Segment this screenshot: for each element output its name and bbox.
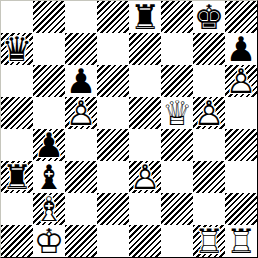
square-c3[interactable]: [65, 161, 97, 193]
square-b2[interactable]: ♝♗: [33, 193, 65, 225]
square-h6[interactable]: ♟♙: [225, 65, 257, 97]
square-d8[interactable]: [97, 1, 129, 33]
white-pawn-fill: ♟: [225, 65, 257, 97]
square-e4[interactable]: [129, 129, 161, 161]
square-f3[interactable]: [161, 161, 193, 193]
square-g1[interactable]: ♜♖: [193, 225, 225, 257]
white-rook-fill: ♜: [225, 225, 257, 257]
white-rook-fill: ♜: [193, 225, 225, 257]
white-pawn[interactable]: ♙: [129, 161, 161, 193]
square-d7[interactable]: [97, 33, 129, 65]
square-g7[interactable]: [193, 33, 225, 65]
square-c4[interactable]: [65, 129, 97, 161]
square-e3[interactable]: ♟♙: [129, 161, 161, 193]
square-g3[interactable]: [193, 161, 225, 193]
white-king-fill: ♚: [33, 225, 65, 257]
square-d5[interactable]: [97, 97, 129, 129]
square-h2[interactable]: [225, 193, 257, 225]
square-c5[interactable]: ♟♙: [65, 97, 97, 129]
square-g2[interactable]: [193, 193, 225, 225]
square-c7[interactable]: [65, 33, 97, 65]
square-a7[interactable]: ♛: [1, 33, 33, 65]
square-c1[interactable]: [65, 225, 97, 257]
square-e5[interactable]: [129, 97, 161, 129]
black-pawn[interactable]: ♟: [225, 33, 257, 65]
square-d6[interactable]: [97, 65, 129, 97]
square-g8[interactable]: ♚: [193, 1, 225, 33]
square-h4[interactable]: [225, 129, 257, 161]
square-a3[interactable]: ♜: [1, 161, 33, 193]
square-b5[interactable]: [33, 97, 65, 129]
square-a4[interactable]: [1, 129, 33, 161]
black-rook[interactable]: ♜: [129, 1, 161, 33]
square-c8[interactable]: [65, 1, 97, 33]
square-f1[interactable]: [161, 225, 193, 257]
square-h5[interactable]: [225, 97, 257, 129]
white-pawn[interactable]: ♙: [225, 65, 257, 97]
square-g4[interactable]: [193, 129, 225, 161]
black-rook[interactable]: ♜: [1, 161, 33, 193]
black-queen[interactable]: ♛: [1, 33, 33, 65]
square-e2[interactable]: [129, 193, 161, 225]
square-a2[interactable]: [1, 193, 33, 225]
square-h8[interactable]: [225, 1, 257, 33]
square-f2[interactable]: [161, 193, 193, 225]
square-f4[interactable]: [161, 129, 193, 161]
square-b6[interactable]: [33, 65, 65, 97]
white-king[interactable]: ♔: [33, 225, 65, 257]
black-pawn[interactable]: ♟: [65, 65, 97, 97]
square-b4[interactable]: ♟: [33, 129, 65, 161]
square-d3[interactable]: [97, 161, 129, 193]
square-f6[interactable]: [161, 65, 193, 97]
white-pawn-fill: ♟: [193, 97, 225, 129]
square-c6[interactable]: ♟: [65, 65, 97, 97]
white-bishop[interactable]: ♗: [33, 193, 65, 225]
white-rook[interactable]: ♖: [193, 225, 225, 257]
square-d2[interactable]: [97, 193, 129, 225]
square-d4[interactable]: [97, 129, 129, 161]
black-pawn[interactable]: ♟: [33, 129, 65, 161]
square-g6[interactable]: [193, 65, 225, 97]
square-g5[interactable]: ♟♙: [193, 97, 225, 129]
square-e8[interactable]: ♜: [129, 1, 161, 33]
square-a1[interactable]: [1, 225, 33, 257]
white-queen-fill: ♛: [161, 97, 193, 129]
square-f8[interactable]: [161, 1, 193, 33]
white-pawn-fill: ♟: [65, 97, 97, 129]
square-b1[interactable]: ♚♔: [33, 225, 65, 257]
white-pawn[interactable]: ♙: [65, 97, 97, 129]
square-b8[interactable]: [33, 1, 65, 33]
square-b7[interactable]: [33, 33, 65, 65]
white-pawn[interactable]: ♙: [193, 97, 225, 129]
square-a6[interactable]: [1, 65, 33, 97]
square-d1[interactable]: [97, 225, 129, 257]
square-f7[interactable]: [161, 33, 193, 65]
white-queen[interactable]: ♕: [161, 97, 193, 129]
chess-board: ♜♚♛♟♟♟♙♟♙♛♕♟♙♟♜♝♟♙♝♗♚♔♜♖♜♖: [1, 1, 257, 257]
black-king[interactable]: ♚: [193, 1, 225, 33]
square-f5[interactable]: ♛♕: [161, 97, 193, 129]
square-c2[interactable]: [65, 193, 97, 225]
white-rook[interactable]: ♖: [225, 225, 257, 257]
black-bishop[interactable]: ♝: [33, 161, 65, 193]
white-bishop-fill: ♝: [33, 193, 65, 225]
square-h3[interactable]: [225, 161, 257, 193]
square-a8[interactable]: [1, 1, 33, 33]
square-e1[interactable]: [129, 225, 161, 257]
white-pawn-fill: ♟: [129, 161, 161, 193]
square-h1[interactable]: ♜♖: [225, 225, 257, 257]
square-e6[interactable]: [129, 65, 161, 97]
square-b3[interactable]: ♝: [33, 161, 65, 193]
square-e7[interactable]: [129, 33, 161, 65]
square-a5[interactable]: [1, 97, 33, 129]
chess-board-frame: ♜♚♛♟♟♟♙♟♙♛♕♟♙♟♜♝♟♙♝♗♚♔♜♖♜♖: [0, 0, 258, 258]
square-h7[interactable]: ♟: [225, 33, 257, 65]
